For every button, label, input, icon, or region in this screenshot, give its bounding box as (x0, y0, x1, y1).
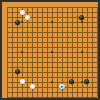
star-point (21, 21, 23, 23)
grid-line-vertical (52, 7, 53, 96)
grid-line-horizontal (7, 92, 96, 93)
star-point (51, 51, 53, 53)
grid-line-horizontal (7, 32, 96, 33)
stone-black-C6 (15, 69, 20, 74)
grid-line-vertical (97, 7, 98, 96)
grid-line-vertical (42, 7, 43, 96)
stone-white-D4 (20, 79, 25, 84)
star-point (51, 21, 53, 23)
stone-white-M3 (59, 84, 64, 89)
stone-black-Q17 (79, 15, 84, 20)
star-point (81, 21, 83, 23)
grid-line-horizontal (7, 42, 96, 43)
grid-line-horizontal (7, 27, 96, 28)
grid-line-vertical (67, 7, 68, 96)
grid-line-horizontal (7, 47, 96, 48)
grid-line-horizontal (7, 77, 96, 78)
grid-line-horizontal (7, 22, 96, 23)
star-point (21, 51, 23, 53)
stone-white-F3 (30, 84, 35, 89)
grid-line-horizontal (7, 62, 96, 63)
grid-line-vertical (47, 7, 48, 96)
stone-black-R4 (84, 79, 89, 84)
stone-white-D18 (20, 10, 25, 15)
stone-black-O4 (69, 79, 74, 84)
grid-line-horizontal (7, 67, 96, 68)
last-move-marker (61, 85, 63, 87)
grid-line-horizontal (7, 87, 96, 88)
grid-line-horizontal (7, 52, 96, 53)
grid-line-vertical (7, 7, 8, 96)
grid-line-vertical (77, 7, 78, 96)
go-app-window (0, 0, 100, 100)
grid-line-vertical (57, 7, 58, 96)
grid-line-horizontal (7, 72, 96, 73)
grid-line-vertical (37, 7, 38, 96)
grid-line-horizontal (7, 7, 96, 8)
grid-line-vertical (27, 7, 28, 96)
grid-line-horizontal (7, 37, 96, 38)
stone-white-E17 (25, 15, 30, 20)
stone-black-C16 (15, 20, 20, 25)
grid-line-horizontal (7, 57, 96, 58)
star-point (81, 51, 83, 53)
grid-line-horizontal (7, 97, 96, 98)
star-point (81, 81, 83, 83)
grid-line-vertical (82, 7, 83, 96)
go-board[interactable] (0, 0, 100, 100)
grid-line-vertical (12, 7, 13, 96)
grid-line-vertical (92, 7, 93, 96)
star-point (51, 81, 53, 83)
